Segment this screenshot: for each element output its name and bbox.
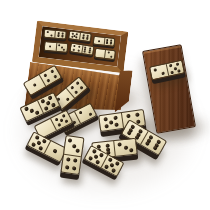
pip xyxy=(93,154,98,159)
pip xyxy=(73,121,77,125)
pip xyxy=(34,135,39,140)
pip xyxy=(113,115,118,120)
pip xyxy=(51,102,56,107)
domino-half-4 xyxy=(62,154,81,174)
pip xyxy=(31,141,36,146)
pip xyxy=(65,166,70,171)
pip xyxy=(60,118,64,122)
pip xyxy=(38,145,43,150)
pip xyxy=(176,63,180,67)
pip xyxy=(73,158,78,163)
domino-half-3 xyxy=(114,139,136,156)
pip xyxy=(40,99,45,104)
pip xyxy=(126,114,131,119)
pip xyxy=(161,72,165,76)
pip xyxy=(33,83,37,87)
pip xyxy=(153,68,157,72)
pip xyxy=(48,95,53,100)
pip xyxy=(99,153,104,158)
domino-halves xyxy=(28,133,66,162)
pip xyxy=(75,149,80,154)
pip xyxy=(62,114,66,118)
pip xyxy=(129,148,133,152)
pip xyxy=(68,138,73,143)
domino-tile-2-5[interactable] xyxy=(149,60,185,81)
pip xyxy=(123,145,127,149)
pip xyxy=(114,123,119,128)
pip xyxy=(34,110,39,115)
pip xyxy=(41,139,46,144)
pip xyxy=(36,140,41,145)
tiles-layer xyxy=(0,0,210,210)
pip xyxy=(145,141,150,146)
pip xyxy=(72,144,77,149)
domino-half-5 xyxy=(99,113,123,131)
dominoes-scene xyxy=(0,0,210,210)
pip xyxy=(53,149,58,154)
domino-halves xyxy=(62,136,84,174)
pip xyxy=(109,120,114,125)
pip xyxy=(43,105,48,110)
pip xyxy=(29,108,34,113)
pip xyxy=(95,159,100,164)
pip xyxy=(103,117,108,122)
pip xyxy=(72,167,77,172)
domino-tile-1-4[interactable] xyxy=(23,65,63,96)
pip xyxy=(104,164,109,169)
domino-halves xyxy=(24,66,61,95)
pip xyxy=(79,110,83,114)
pip xyxy=(75,81,79,85)
domino-half-3 xyxy=(64,136,83,157)
domino-tile-3-4[interactable] xyxy=(60,135,84,175)
domino-halves xyxy=(150,61,184,79)
pip xyxy=(126,131,131,136)
pip xyxy=(135,112,140,117)
pip xyxy=(46,100,51,105)
domino-half-5 xyxy=(166,61,184,76)
pip xyxy=(50,69,54,73)
pip xyxy=(54,117,58,121)
pip xyxy=(104,124,109,129)
pip xyxy=(91,149,96,154)
pip xyxy=(88,112,92,116)
pip xyxy=(115,161,120,166)
pip xyxy=(66,97,70,101)
pip xyxy=(169,64,173,68)
pip xyxy=(173,67,177,71)
pip xyxy=(66,157,71,162)
pip xyxy=(170,70,174,74)
pip xyxy=(43,73,47,77)
pip xyxy=(53,75,57,79)
pip xyxy=(111,168,116,173)
pip xyxy=(153,146,158,151)
pip xyxy=(79,86,83,90)
pip xyxy=(47,79,51,83)
pip xyxy=(65,120,69,124)
pip xyxy=(178,69,182,73)
pip xyxy=(70,86,74,90)
pip xyxy=(109,163,114,168)
pip xyxy=(57,123,61,127)
pip xyxy=(74,90,78,94)
pip xyxy=(24,107,29,112)
pip xyxy=(118,142,122,146)
pip xyxy=(88,155,93,160)
